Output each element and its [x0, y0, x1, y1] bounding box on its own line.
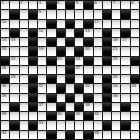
- black-cell: [47, 131, 55, 139]
- grid-cell[interactable]: [66, 29, 74, 37]
- clue-number: 6: [94, 1, 96, 5]
- grid-cell[interactable]: 12: [38, 29, 46, 37]
- grid-cell[interactable]: [94, 75, 102, 83]
- clue-number: 26: [2, 66, 7, 70]
- grid-cell[interactable]: [38, 57, 46, 65]
- clue-number: 30: [2, 84, 7, 88]
- black-cell: [47, 75, 55, 83]
- black-cell: [10, 10, 18, 18]
- black-cell: [84, 75, 92, 83]
- clue-number: 38: [85, 103, 90, 107]
- black-cell: [57, 84, 65, 92]
- grid-cell[interactable]: [94, 29, 102, 37]
- grid-cell[interactable]: [94, 103, 102, 111]
- grid-cell[interactable]: 42: [94, 112, 102, 120]
- grid-cell[interactable]: [131, 10, 139, 18]
- grid-cell[interactable]: [10, 84, 18, 92]
- black-cell: [29, 38, 37, 46]
- black-cell: [75, 47, 83, 55]
- grid-cell[interactable]: [38, 66, 46, 74]
- grid-cell[interactable]: [103, 20, 111, 28]
- clue-number: 17: [122, 38, 127, 42]
- clue-number: 43: [39, 121, 44, 125]
- grid-cell[interactable]: 20: [84, 47, 92, 55]
- clue-number: 33: [113, 84, 118, 88]
- grid-cell[interactable]: 25: [112, 57, 120, 65]
- black-cell: [121, 103, 129, 111]
- black-cell: [103, 10, 111, 18]
- grid-cell[interactable]: 31: [38, 84, 46, 92]
- grid-cell[interactable]: [20, 38, 28, 46]
- grid-cell[interactable]: [38, 20, 46, 28]
- grid-cell[interactable]: [38, 112, 46, 120]
- grid-cell[interactable]: 2: [20, 1, 28, 9]
- black-cell: [47, 94, 55, 102]
- grid-cell[interactable]: [57, 131, 65, 139]
- clue-number: 13: [85, 29, 90, 33]
- clue-number: 25: [113, 57, 118, 61]
- clue-number: 14: [2, 38, 7, 42]
- grid-cell[interactable]: 28: [10, 75, 18, 83]
- grid-cell[interactable]: 9: [38, 10, 46, 18]
- clue-number: 5: [76, 1, 78, 5]
- clue-number: 28: [11, 75, 16, 79]
- black-cell: [103, 121, 111, 129]
- clue-number: 1: [2, 1, 4, 5]
- black-cell: [57, 29, 65, 37]
- grid-cell[interactable]: [121, 112, 129, 120]
- black-cell: [103, 29, 111, 37]
- grid-cell[interactable]: 33: [112, 84, 120, 92]
- grid-cell[interactable]: 19: [38, 47, 46, 55]
- grid-cell[interactable]: [94, 94, 102, 102]
- grid-cell[interactable]: [112, 131, 120, 139]
- black-cell: [84, 1, 92, 9]
- grid-cell[interactable]: 38: [84, 103, 92, 111]
- grid-cell[interactable]: [47, 47, 55, 55]
- grid-cell[interactable]: [1, 103, 9, 111]
- grid-cell[interactable]: [29, 1, 37, 9]
- clue-number: 19: [39, 47, 44, 51]
- grid-cell[interactable]: [57, 38, 65, 46]
- grid-cell[interactable]: 27: [75, 66, 83, 74]
- grid-cell[interactable]: 43: [38, 121, 46, 129]
- black-cell: [84, 20, 92, 28]
- grid-cell[interactable]: [38, 131, 46, 139]
- grid-cell[interactable]: [121, 57, 129, 65]
- grid-cell[interactable]: [121, 47, 129, 55]
- clue-number: 34: [131, 84, 136, 88]
- grid-cell[interactable]: [10, 20, 18, 28]
- clue-number: 27: [76, 66, 81, 70]
- grid-cell[interactable]: [66, 47, 74, 55]
- clue-number: 12: [39, 29, 44, 33]
- black-cell: [66, 131, 74, 139]
- grid-cell[interactable]: 8: [131, 1, 139, 9]
- black-cell: [66, 20, 74, 28]
- black-cell: [66, 66, 74, 74]
- grid-cell[interactable]: [10, 94, 18, 102]
- clue-number: 20: [85, 47, 90, 51]
- grid-cell[interactable]: [75, 131, 83, 139]
- grid-cell[interactable]: [47, 66, 55, 74]
- black-cell: [121, 29, 129, 37]
- clue-number: 21: [113, 47, 118, 51]
- grid-cell[interactable]: [131, 66, 139, 74]
- black-cell: [47, 38, 55, 46]
- black-cell: [57, 103, 65, 111]
- grid-cell[interactable]: 3: [38, 1, 46, 9]
- black-cell: [66, 38, 74, 46]
- black-cell: [47, 112, 55, 120]
- grid-cell[interactable]: [47, 103, 55, 111]
- grid-cell[interactable]: [66, 10, 74, 18]
- grid-cell[interactable]: [20, 121, 28, 129]
- black-cell: [66, 75, 74, 83]
- black-cell: [29, 75, 37, 83]
- black-cell: [29, 94, 37, 102]
- grid-cell[interactable]: [47, 84, 55, 92]
- black-cell: [66, 1, 74, 9]
- clue-number: 35: [2, 94, 7, 98]
- grid-cell[interactable]: [112, 20, 120, 28]
- black-cell: [103, 75, 111, 83]
- grid-cell[interactable]: [131, 94, 139, 102]
- clue-number: 16: [113, 38, 118, 42]
- grid-cell[interactable]: [75, 20, 83, 28]
- grid-cell[interactable]: [20, 66, 28, 74]
- grid-cell[interactable]: [121, 131, 129, 139]
- black-cell: [1, 75, 9, 83]
- grid-cell[interactable]: [75, 38, 83, 46]
- grid-cell[interactable]: [29, 20, 37, 28]
- black-cell: [103, 38, 111, 46]
- black-cell: [57, 47, 65, 55]
- black-cell: [66, 94, 74, 102]
- clue-number: 18: [2, 47, 7, 51]
- black-cell: [10, 103, 18, 111]
- grid-cell[interactable]: 30: [1, 84, 9, 92]
- grid-cell[interactable]: 37: [38, 103, 46, 111]
- grid-cell[interactable]: [75, 10, 83, 18]
- black-cell: [84, 131, 92, 139]
- clue-number: 45: [94, 131, 99, 135]
- clue-number: 32: [85, 84, 90, 88]
- grid-cell[interactable]: [10, 66, 18, 74]
- grid-cell[interactable]: [94, 57, 102, 65]
- black-cell: [121, 121, 129, 129]
- grid-cell[interactable]: [75, 94, 83, 102]
- grid-cell[interactable]: 24: [75, 57, 83, 65]
- black-cell: [131, 57, 139, 65]
- clue-number: 44: [2, 131, 7, 135]
- grid-cell[interactable]: [57, 10, 65, 18]
- grid-cell[interactable]: [112, 112, 120, 120]
- grid-cell[interactable]: [103, 1, 111, 9]
- grid-cell[interactable]: [131, 103, 139, 111]
- grid-cell[interactable]: [20, 103, 28, 111]
- grid-cell[interactable]: [10, 131, 18, 139]
- clue-number: 24: [76, 57, 81, 61]
- grid-cell[interactable]: [38, 94, 46, 102]
- grid-cell[interactable]: 17: [121, 38, 129, 46]
- grid-cell[interactable]: [112, 121, 120, 129]
- black-cell: [29, 47, 37, 55]
- grid-cell[interactable]: [94, 38, 102, 46]
- black-cell: [84, 57, 92, 65]
- grid-cell[interactable]: 23: [57, 57, 65, 65]
- grid-cell[interactable]: [20, 47, 28, 55]
- clue-number: 42: [94, 112, 99, 116]
- grid-cell[interactable]: 6: [94, 1, 102, 9]
- grid-cell[interactable]: [20, 75, 28, 83]
- black-cell: [103, 84, 111, 92]
- grid-cell[interactable]: 22: [10, 57, 18, 65]
- clue-number: 10: [2, 20, 7, 24]
- grid-cell[interactable]: 1: [1, 1, 9, 9]
- black-cell: [47, 57, 55, 65]
- grid-cell[interactable]: [75, 121, 83, 129]
- grid-cell[interactable]: [20, 94, 28, 102]
- clue-number: 37: [39, 103, 44, 107]
- grid-cell[interactable]: [121, 84, 129, 92]
- black-cell: [103, 94, 111, 102]
- grid-cell[interactable]: 4: [57, 1, 65, 9]
- grid-cell[interactable]: [121, 94, 129, 102]
- clue-number: 23: [57, 57, 62, 61]
- crossword-grid: 1234567891011121314151617181920212223242…: [0, 0, 140, 140]
- grid-cell[interactable]: [57, 20, 65, 28]
- clue-number: 3: [39, 1, 41, 5]
- grid-cell[interactable]: [57, 121, 65, 129]
- grid-cell[interactable]: 10: [1, 20, 9, 28]
- grid-cell[interactable]: [66, 121, 74, 129]
- grid-cell[interactable]: 34: [131, 84, 139, 92]
- grid-cell[interactable]: 14: [1, 38, 9, 46]
- grid-cell[interactable]: [57, 75, 65, 83]
- grid-cell[interactable]: [20, 29, 28, 37]
- clue-number: 31: [39, 84, 44, 88]
- grid-cell[interactable]: [84, 121, 92, 129]
- grid-cell[interactable]: [47, 121, 55, 129]
- grid-cell[interactable]: 44: [1, 131, 9, 139]
- grid-cell[interactable]: [112, 10, 120, 18]
- grid-cell[interactable]: [1, 10, 9, 18]
- grid-cell[interactable]: [47, 10, 55, 18]
- grid-cell[interactable]: [131, 38, 139, 46]
- black-cell: [75, 84, 83, 92]
- grid-cell[interactable]: [131, 112, 139, 120]
- clue-number: 36: [113, 94, 118, 98]
- grid-cell[interactable]: [121, 1, 129, 9]
- black-cell: [75, 103, 83, 111]
- black-cell: [10, 29, 18, 37]
- grid-cell[interactable]: [103, 66, 111, 74]
- grid-cell[interactable]: [94, 121, 102, 129]
- grid-cell[interactable]: [66, 103, 74, 111]
- grid-cell[interactable]: 5: [75, 1, 83, 9]
- grid-cell[interactable]: [57, 94, 65, 102]
- grid-cell[interactable]: 29: [112, 75, 120, 83]
- black-cell: [103, 103, 111, 111]
- black-cell: [29, 29, 37, 37]
- grid-cell[interactable]: [121, 66, 129, 74]
- black-cell: [1, 57, 9, 65]
- grid-cell[interactable]: 41: [75, 112, 83, 120]
- grid-cell[interactable]: 21: [112, 47, 120, 55]
- black-cell: [66, 57, 74, 65]
- clue-number: 40: [57, 112, 62, 116]
- grid-cell[interactable]: [112, 29, 120, 37]
- black-cell: [131, 75, 139, 83]
- grid-cell[interactable]: [131, 131, 139, 139]
- black-cell: [29, 84, 37, 92]
- black-cell: [121, 10, 129, 18]
- grid-cell[interactable]: [20, 10, 28, 18]
- grid-cell[interactable]: 45: [94, 131, 102, 139]
- grid-cell[interactable]: [57, 66, 65, 74]
- black-cell: [29, 121, 37, 129]
- grid-cell[interactable]: 26: [1, 66, 9, 74]
- grid-cell[interactable]: [112, 66, 120, 74]
- grid-cell[interactable]: 18: [1, 47, 9, 55]
- black-cell: [66, 112, 74, 120]
- grid-cell[interactable]: [103, 112, 111, 120]
- grid-cell[interactable]: 40: [57, 112, 65, 120]
- grid-cell[interactable]: [84, 10, 92, 18]
- black-cell: [29, 10, 37, 18]
- black-cell: [84, 94, 92, 102]
- clue-number: 7: [113, 1, 115, 5]
- grid-cell[interactable]: [112, 103, 120, 111]
- grid-cell[interactable]: [10, 47, 18, 55]
- grid-cell[interactable]: [29, 66, 37, 74]
- grid-cell[interactable]: 7: [112, 1, 120, 9]
- grid-cell[interactable]: [131, 47, 139, 55]
- black-cell: [84, 38, 92, 46]
- black-cell: [84, 112, 92, 120]
- grid-cell[interactable]: [94, 84, 102, 92]
- grid-cell[interactable]: [121, 75, 129, 83]
- grid-cell[interactable]: [131, 29, 139, 37]
- grid-cell[interactable]: 15: [10, 38, 18, 46]
- grid-cell[interactable]: 39: [1, 112, 9, 120]
- grid-cell[interactable]: [103, 131, 111, 139]
- clue-number: 41: [76, 112, 81, 116]
- grid-cell[interactable]: [75, 75, 83, 83]
- clue-number: 15: [11, 38, 16, 42]
- grid-cell[interactable]: [84, 66, 92, 74]
- clue-number: 22: [11, 57, 16, 61]
- grid-cell[interactable]: [131, 20, 139, 28]
- clue-number: 4: [57, 1, 59, 5]
- grid-cell[interactable]: 11: [94, 20, 102, 28]
- clue-number: 8: [131, 1, 133, 5]
- clue-number: 11: [94, 20, 99, 24]
- black-cell: [75, 29, 83, 37]
- black-cell: [47, 20, 55, 28]
- grid-cell[interactable]: [20, 112, 28, 120]
- black-cell: [10, 121, 18, 129]
- grid-cell[interactable]: 13: [84, 29, 92, 37]
- grid-cell[interactable]: [38, 75, 46, 83]
- grid-cell[interactable]: [94, 66, 102, 74]
- grid-cell[interactable]: [1, 29, 9, 37]
- grid-cell[interactable]: 32: [84, 84, 92, 92]
- grid-cell[interactable]: [29, 112, 37, 120]
- grid-cell[interactable]: [29, 131, 37, 139]
- grid-cell[interactable]: [66, 84, 74, 92]
- grid-cell[interactable]: [20, 57, 28, 65]
- black-cell: [29, 103, 37, 111]
- grid-cell[interactable]: [20, 84, 28, 92]
- grid-cell[interactable]: [94, 10, 102, 18]
- grid-cell[interactable]: 36: [112, 94, 120, 102]
- clue-number: 29: [113, 75, 118, 79]
- clue-number: 9: [39, 10, 41, 14]
- black-cell: [103, 57, 111, 65]
- grid-cell[interactable]: [10, 1, 18, 9]
- grid-cell[interactable]: 16: [112, 38, 120, 46]
- black-cell: [29, 57, 37, 65]
- grid-cell[interactable]: [10, 112, 18, 120]
- grid-cell[interactable]: 35: [1, 94, 9, 102]
- black-cell: [47, 1, 55, 9]
- clue-number: 2: [20, 1, 22, 5]
- clue-number: 39: [2, 112, 7, 116]
- grid-cell[interactable]: [121, 20, 129, 28]
- grid-cell[interactable]: [38, 38, 46, 46]
- grid-cell[interactable]: [1, 121, 9, 129]
- black-cell: [103, 47, 111, 55]
- grid-cell[interactable]: [20, 131, 28, 139]
- grid-cell[interactable]: [94, 47, 102, 55]
- grid-cell[interactable]: [131, 121, 139, 129]
- grid-cell[interactable]: [47, 29, 55, 37]
- grid-cell[interactable]: [20, 20, 28, 28]
